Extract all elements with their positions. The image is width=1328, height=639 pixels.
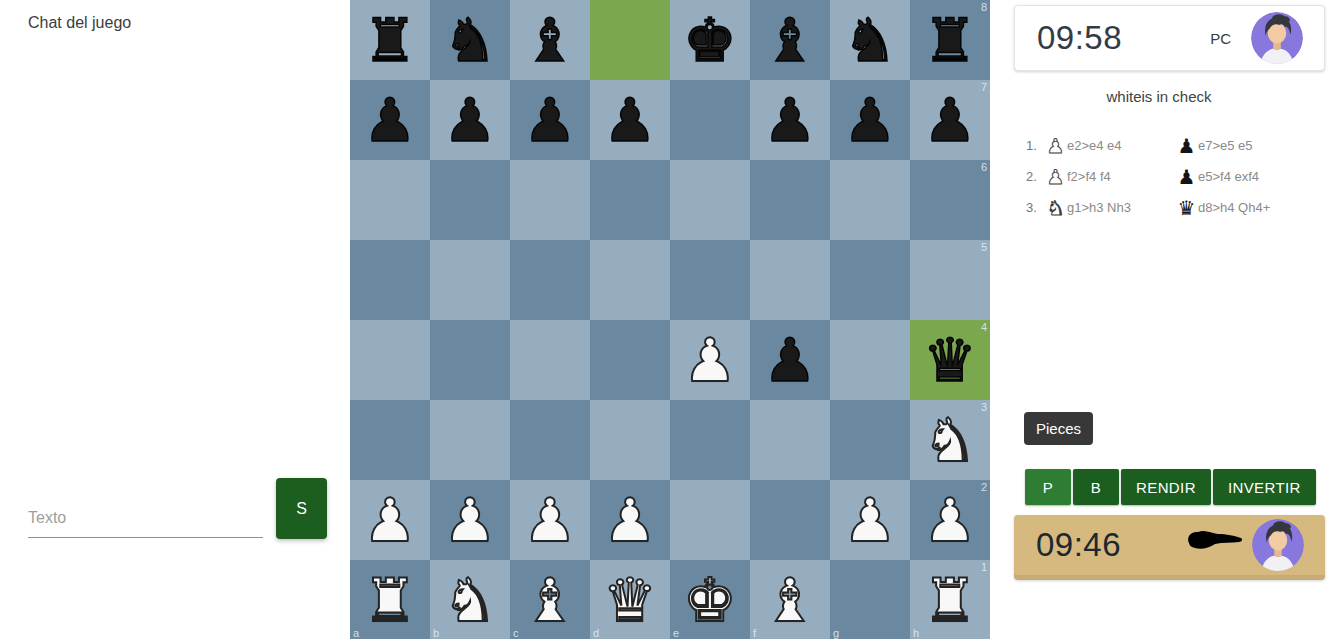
square-h4[interactable]: ♛4 <box>910 320 990 400</box>
white-queen: ♛ <box>590 560 670 639</box>
avatar-icon <box>1251 12 1303 64</box>
white-rook: ♜ <box>350 560 430 639</box>
square-g7[interactable]: ♟ <box>830 80 910 160</box>
player-card: 09:46 <box>1014 515 1325 580</box>
pieces-tooltip: Pieces <box>1024 412 1093 445</box>
white-bishop: ♝ <box>510 560 590 639</box>
square-e2[interactable] <box>670 480 750 560</box>
square-c1[interactable]: ♝c <box>510 560 590 639</box>
chess-board: ♜♞♝♚♝♞♜8♟♟♟♟♟♟♟765♟♟♛4♞3♟♟♟♟♟♟2♜a♞b♝c♛d♚… <box>350 0 990 639</box>
black-pawn: ♟ <box>910 80 990 160</box>
black-king: ♚ <box>670 0 750 80</box>
square-c7[interactable]: ♟ <box>510 80 590 160</box>
square-a7[interactable]: ♟ <box>350 80 430 160</box>
rank-label: 1 <box>981 561 987 573</box>
square-a3[interactable] <box>350 400 430 480</box>
opponent-name: PC <box>1210 30 1231 47</box>
square-h5[interactable]: 5 <box>910 240 990 320</box>
square-g4[interactable] <box>830 320 910 400</box>
white-pawn: ♟ <box>910 480 990 560</box>
rank-label: 7 <box>981 81 987 93</box>
square-d3[interactable] <box>590 400 670 480</box>
white-pawn: ♟ <box>670 320 750 400</box>
black-queen-icon: ♛ <box>1175 196 1198 220</box>
black-move-text: e7>e5 e5 <box>1198 138 1253 153</box>
chat-panel: Chat del juego S <box>0 0 350 639</box>
send-button[interactable]: S <box>276 478 327 539</box>
black-pawn: ♟ <box>430 80 510 160</box>
white-rook: ♜ <box>910 560 990 639</box>
square-f2[interactable] <box>750 480 830 560</box>
square-f3[interactable] <box>750 400 830 480</box>
square-e7[interactable] <box>670 80 750 160</box>
square-h1[interactable]: ♜1h <box>910 560 990 639</box>
black-rook: ♜ <box>910 0 990 80</box>
square-g6[interactable] <box>830 160 910 240</box>
square-e5[interactable] <box>670 240 750 320</box>
square-g8[interactable]: ♞ <box>830 0 910 80</box>
black-pawn: ♟ <box>590 80 670 160</box>
square-d8[interactable] <box>590 0 670 80</box>
white-king: ♚ <box>670 560 750 639</box>
square-d2[interactable]: ♟ <box>590 480 670 560</box>
square-a2[interactable]: ♟ <box>350 480 430 560</box>
square-e6[interactable] <box>670 160 750 240</box>
move-row: 2.♟f2>f4 f4♟e5>f4 exf4 <box>1026 161 1316 192</box>
square-h3[interactable]: ♞3 <box>910 400 990 480</box>
square-c3[interactable] <box>510 400 590 480</box>
chess-app: Chat del juego S ♜♞♝♚♝♞♜8♟♟♟♟♟♟♟765♟♟♛4♞… <box>0 0 1328 639</box>
rank-label: 2 <box>981 481 987 493</box>
button-rendir[interactable]: RENDIR <box>1121 469 1211 505</box>
square-f6[interactable] <box>750 160 830 240</box>
white-pawn: ♟ <box>590 480 670 560</box>
chat-input[interactable] <box>28 498 263 538</box>
file-label: b <box>433 627 439 639</box>
rank-label: 6 <box>981 161 987 173</box>
black-pawn: ♟ <box>750 80 830 160</box>
square-b1[interactable]: ♞b <box>430 560 510 639</box>
square-h6[interactable]: 6 <box>910 160 990 240</box>
square-f5[interactable] <box>750 240 830 320</box>
move-row: 3.♞g1>h3 Nh3♛d8>h4 Qh4+ <box>1026 192 1316 223</box>
black-queen: ♛ <box>910 320 990 400</box>
square-b2[interactable]: ♟ <box>430 480 510 560</box>
square-e3[interactable] <box>670 400 750 480</box>
square-d5[interactable] <box>590 240 670 320</box>
player-clock: 09:46 <box>1036 526 1121 564</box>
white-move-text: e2>e4 e4 <box>1067 138 1175 153</box>
square-b8[interactable]: ♞ <box>430 0 510 80</box>
black-knight: ♞ <box>430 0 510 80</box>
file-label: g <box>833 627 839 639</box>
square-h2[interactable]: ♟2 <box>910 480 990 560</box>
square-b5[interactable] <box>430 240 510 320</box>
black-pawn: ♟ <box>830 80 910 160</box>
square-h8[interactable]: ♜8 <box>910 0 990 80</box>
square-c2[interactable]: ♟ <box>510 480 590 560</box>
square-d1[interactable]: ♛d <box>590 560 670 639</box>
square-c5[interactable] <box>510 240 590 320</box>
square-c4[interactable] <box>510 320 590 400</box>
move-number: 1. <box>1026 138 1044 153</box>
square-a5[interactable] <box>350 240 430 320</box>
square-a8[interactable]: ♜ <box>350 0 430 80</box>
player-name-scribble <box>1185 527 1245 557</box>
square-b6[interactable] <box>430 160 510 240</box>
square-f7[interactable]: ♟ <box>750 80 830 160</box>
button-invertir[interactable]: INVERTIR <box>1213 469 1316 505</box>
square-h7[interactable]: ♟7 <box>910 80 990 160</box>
square-b3[interactable] <box>430 400 510 480</box>
black-pawn-icon: ♟ <box>1175 134 1198 158</box>
file-label: h <box>913 627 919 639</box>
white-bishop: ♝ <box>750 560 830 639</box>
square-b7[interactable]: ♟ <box>430 80 510 160</box>
move-row: 1.♟e2>e4 e4♟e7>e5 e5 <box>1026 130 1316 161</box>
move-number: 3. <box>1026 200 1044 215</box>
black-pawn: ♟ <box>510 80 590 160</box>
square-f4[interactable]: ♟ <box>750 320 830 400</box>
black-bishop: ♝ <box>510 0 590 80</box>
square-f1[interactable]: ♝f <box>750 560 830 639</box>
square-g2[interactable]: ♟ <box>830 480 910 560</box>
white-knight: ♞ <box>430 560 510 639</box>
rank-label: 4 <box>981 321 987 333</box>
move-number: 2. <box>1026 169 1044 184</box>
square-a4[interactable] <box>350 320 430 400</box>
white-knight-icon: ♞ <box>1044 196 1067 220</box>
square-d4[interactable] <box>590 320 670 400</box>
file-label: d <box>593 627 599 639</box>
black-rook: ♜ <box>350 0 430 80</box>
opponent-card: 09:58 PC <box>1014 5 1325 71</box>
white-pawn-icon: ♟ <box>1044 134 1067 158</box>
square-c8[interactable]: ♝ <box>510 0 590 80</box>
white-move-text: f2>f4 f4 <box>1067 169 1175 184</box>
black-bishop: ♝ <box>750 0 830 80</box>
square-e8[interactable]: ♚ <box>670 0 750 80</box>
square-g1[interactable]: g <box>830 560 910 639</box>
black-pawn: ♟ <box>750 320 830 400</box>
file-label: a <box>353 627 359 639</box>
square-c6[interactable] <box>510 160 590 240</box>
move-list: 1.♟e2>e4 e4♟e7>e5 e52.♟f2>f4 f4♟e5>f4 ex… <box>1026 130 1316 223</box>
rank-label: 3 <box>981 401 987 413</box>
white-pawn-icon: ♟ <box>1044 165 1067 189</box>
white-pawn: ♟ <box>350 480 430 560</box>
black-pawn: ♟ <box>350 80 430 160</box>
white-pawn: ♟ <box>510 480 590 560</box>
rank-label: 5 <box>981 241 987 253</box>
game-panel: 09:58 PC whiteis in check 1.♟e2>e4 e4♟e7… <box>990 0 1328 639</box>
black-pawn-icon: ♟ <box>1175 165 1198 189</box>
white-pawn: ♟ <box>830 480 910 560</box>
square-e4[interactable]: ♟ <box>670 320 750 400</box>
black-knight: ♞ <box>830 0 910 80</box>
rank-label: 8 <box>981 1 987 13</box>
square-d6[interactable] <box>590 160 670 240</box>
white-pawn: ♟ <box>430 480 510 560</box>
action-buttons: PBRENDIRINVERTIR <box>1025 469 1316 505</box>
file-label: e <box>673 627 679 639</box>
file-label: c <box>513 627 519 639</box>
player-avatar <box>1252 519 1304 571</box>
button-p[interactable]: P <box>1025 469 1071 505</box>
opponent-avatar <box>1251 12 1303 64</box>
button-b[interactable]: B <box>1073 469 1119 505</box>
square-g3[interactable] <box>830 400 910 480</box>
black-move-text: e5>f4 exf4 <box>1198 169 1259 184</box>
square-a1[interactable]: ♜a <box>350 560 430 639</box>
opponent-clock: 09:58 <box>1037 19 1122 57</box>
black-move-text: d8>h4 Qh4+ <box>1198 200 1270 215</box>
square-g5[interactable] <box>830 240 910 320</box>
square-f8[interactable]: ♝ <box>750 0 830 80</box>
chat-title: Chat del juego <box>28 14 131 32</box>
square-d7[interactable]: ♟ <box>590 80 670 160</box>
status-text: whiteis in check <box>990 88 1328 105</box>
white-knight: ♞ <box>910 400 990 480</box>
square-e1[interactable]: ♚e <box>670 560 750 639</box>
file-label: f <box>753 627 756 639</box>
square-b4[interactable] <box>430 320 510 400</box>
avatar-icon <box>1252 519 1304 571</box>
square-a6[interactable] <box>350 160 430 240</box>
white-move-text: g1>h3 Nh3 <box>1067 200 1175 215</box>
